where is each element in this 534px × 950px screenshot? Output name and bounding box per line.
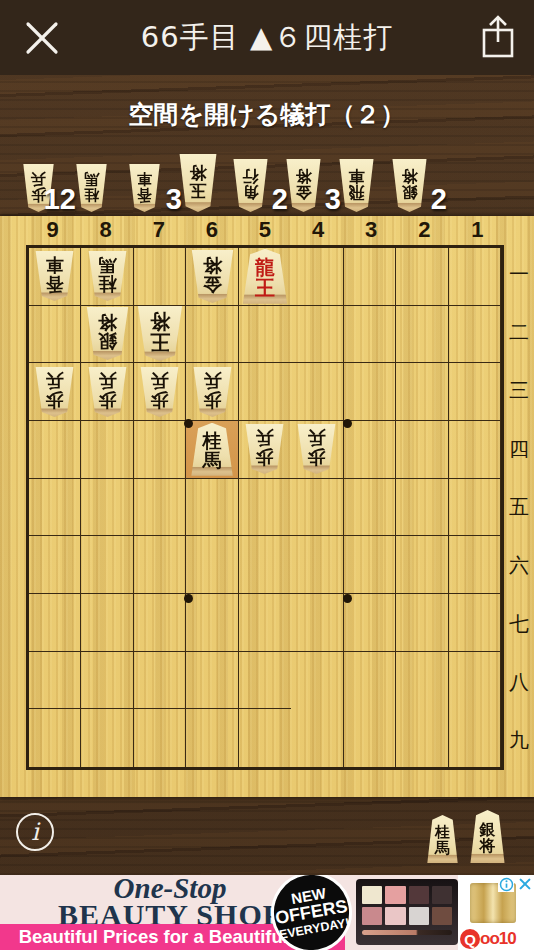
shogi-piece-龍王-sente: 龍王	[241, 249, 289, 304]
board-square-7-8[interactable]	[134, 652, 186, 710]
file-label-9: 9	[26, 217, 79, 243]
file-labels: 987654321	[26, 217, 504, 243]
close-icon[interactable]	[22, 18, 62, 58]
info-icon[interactable]: i	[16, 813, 54, 851]
title-bar: 66手目 ▲６四桂打	[0, 0, 534, 75]
shogi-piece-桂馬-sente: 桂馬	[190, 423, 235, 476]
board-square-9-4[interactable]	[29, 421, 81, 479]
board-square-6-4[interactable]: 桂馬	[186, 421, 238, 479]
board-square-8-9[interactable]	[81, 709, 133, 767]
qoo10-logo-rest: oo10	[480, 929, 516, 949]
qoo10-logo: Q oo10	[460, 929, 516, 949]
shogi-piece-歩兵-gote: 歩兵	[34, 367, 75, 417]
ad-makeup-palette-image	[356, 879, 458, 945]
piece-kanji: 歩兵	[46, 372, 64, 409]
piece-kanji: 玉将	[189, 164, 206, 199]
gote-hand-slot-玉将[interactable]: 玉将	[171, 146, 224, 212]
piece-kanji: 歩兵	[98, 372, 116, 409]
board-square-1-7[interactable]	[449, 594, 501, 652]
board-square-2-8[interactable]	[396, 652, 448, 710]
eyeshadow-swatch-4	[432, 886, 452, 904]
board-square-3-4[interactable]	[344, 421, 396, 479]
board-square-7-7[interactable]	[134, 594, 186, 652]
board-square-1-6[interactable]	[449, 536, 501, 594]
board-square-2-4[interactable]	[396, 421, 448, 479]
board-square-8-8[interactable]	[81, 652, 133, 710]
board-square-9-6[interactable]	[29, 536, 81, 594]
board-square-6-2[interactable]	[186, 306, 238, 364]
shogi-piece-玉将-gote: 玉将	[178, 154, 218, 212]
board-square-3-2[interactable]	[344, 306, 396, 364]
board-square-6-8[interactable]	[186, 652, 238, 710]
file-label-5: 5	[238, 217, 291, 243]
board-square-2-5[interactable]	[396, 479, 448, 537]
board-square-6-1[interactable]: 金将	[186, 248, 238, 306]
piece-kanji: 飛車	[349, 168, 365, 201]
rank-label-6: 六	[504, 537, 534, 595]
board-square-8-6[interactable]	[81, 536, 133, 594]
board-square-2-1[interactable]	[396, 248, 448, 306]
board-square-9-1[interactable]: 香車	[29, 248, 81, 306]
board-square-8-2[interactable]: 銀将	[81, 306, 133, 364]
piece-kanji: 歩兵	[203, 372, 221, 409]
board-grid: 香車桂馬金将龍王銀将王将歩兵歩兵歩兵歩兵桂馬歩兵歩兵	[26, 245, 504, 770]
star-point	[184, 419, 193, 428]
shogi-piece-歩兵-gote: 歩兵	[192, 367, 233, 417]
eyeshadow-swatches	[362, 886, 452, 925]
shogi-piece-桂馬-gote: 桂馬	[87, 251, 128, 301]
board-square-1-2[interactable]	[449, 306, 501, 364]
board-square-5-8[interactable]	[239, 652, 291, 710]
gote-hand-slot-角行[interactable]: 角行2	[224, 146, 277, 212]
piece-kanji: 銀将	[402, 168, 418, 201]
qoo10-logo-q: Q	[460, 929, 480, 949]
gote-hand-slot-飛車[interactable]: 飛車	[330, 146, 383, 212]
shogi-piece-桂馬-gote: 桂馬	[75, 164, 108, 212]
rank-label-7: 七	[504, 595, 534, 653]
piece-kanji: 香車	[137, 171, 152, 202]
file-label-4: 4	[292, 217, 345, 243]
board-square-4-2[interactable]	[291, 306, 343, 364]
board-square-8-3[interactable]: 歩兵	[81, 363, 133, 421]
board-square-3-8[interactable]	[344, 652, 396, 710]
board-square-1-4[interactable]	[449, 421, 501, 479]
rank-label-3: 三	[504, 362, 534, 420]
sente-hand-tray: 桂馬銀将	[426, 810, 506, 863]
piece-kanji: 龍王	[255, 257, 275, 298]
piece-kanji: 歩兵	[256, 429, 274, 466]
shogi-piece-金将-gote: 金将	[285, 159, 322, 212]
board-square-4-6[interactable]	[291, 536, 343, 594]
board-square-1-9[interactable]	[449, 709, 501, 767]
rank-label-2: 二	[504, 303, 534, 361]
rank-label-9: 九	[504, 712, 534, 770]
board-square-3-1[interactable]	[344, 248, 396, 306]
board-square-5-6[interactable]	[239, 536, 291, 594]
piece-kanji: 歩兵	[151, 372, 169, 409]
piece-kanji: 銀将	[480, 822, 496, 855]
board-square-9-9[interactable]	[29, 709, 81, 767]
board-square-1-1[interactable]	[449, 248, 501, 306]
gote-hand-slot-香車[interactable]: 香車3	[118, 146, 171, 212]
app-screen: 66手目 ▲６四桂打 空間を開ける犠打（２） 歩兵12桂馬香車3玉将角行2金将3…	[0, 0, 534, 950]
piece-kanji: 桂馬	[203, 431, 222, 470]
rank-label-1: 一	[504, 245, 534, 303]
file-label-1: 1	[451, 217, 504, 243]
board-square-6-9[interactable]	[186, 709, 238, 767]
shogi-board: 987654321 香車桂馬金将龍王銀将王将歩兵歩兵歩兵歩兵桂馬歩兵歩兵 一二三…	[0, 216, 534, 797]
shogi-piece-銀将-sente: 銀将	[469, 810, 506, 863]
board-square-7-1[interactable]	[134, 248, 186, 306]
board-square-9-2[interactable]	[29, 306, 81, 364]
eyeshadow-swatch-7	[409, 907, 429, 925]
gote-hand-count-銀将: 2	[431, 183, 447, 216]
shogi-piece-歩兵-gote: 歩兵	[22, 164, 55, 212]
board-square-8-4[interactable]	[81, 421, 133, 479]
board-square-9-5[interactable]	[29, 479, 81, 537]
board-square-4-3[interactable]	[291, 363, 343, 421]
board-square-5-7[interactable]	[239, 594, 291, 652]
board-square-2-6[interactable]	[396, 536, 448, 594]
board-square-6-7[interactable]	[186, 594, 238, 652]
shogi-piece-歩兵-gote: 歩兵	[87, 367, 128, 417]
board-square-9-3[interactable]: 歩兵	[29, 363, 81, 421]
board-square-4-7[interactable]	[291, 594, 343, 652]
board-square-4-8[interactable]	[291, 652, 343, 710]
eyeshadow-swatch-8	[432, 907, 452, 925]
board-square-9-7[interactable]	[29, 594, 81, 652]
board-square-1-8[interactable]	[449, 652, 501, 710]
board-square-2-2[interactable]	[396, 306, 448, 364]
piece-kanji: 銀将	[98, 313, 117, 352]
file-label-8: 8	[79, 217, 132, 243]
gote-hand-slot-銀将[interactable]: 銀将2	[383, 146, 436, 212]
rank-labels: 一二三四五六七八九	[504, 245, 534, 770]
gote-hand-slot-桂馬[interactable]: 桂馬	[65, 146, 118, 212]
board-square-1-3[interactable]	[449, 363, 501, 421]
board-square-1-5[interactable]	[449, 479, 501, 537]
shogi-piece-歩兵-gote: 歩兵	[296, 424, 337, 474]
rank-label-8: 八	[504, 653, 534, 711]
board-square-4-9[interactable]	[291, 709, 343, 767]
file-label-6: 6	[185, 217, 238, 243]
board-square-2-7[interactable]	[396, 594, 448, 652]
piece-kanji: 桂馬	[84, 171, 99, 202]
eyeshadow-swatch-5	[362, 907, 382, 925]
board-square-2-3[interactable]	[396, 363, 448, 421]
share-icon[interactable]	[476, 14, 520, 62]
board-square-4-4[interactable]: 歩兵	[291, 421, 343, 479]
board-square-6-5[interactable]	[186, 479, 238, 537]
shogi-piece-銀将-gote: 銀将	[391, 159, 428, 212]
ad-banner[interactable]: One-Stop BEAUTY SHOP Beautiful Prices fo…	[0, 875, 534, 950]
board-square-3-7[interactable]	[344, 594, 396, 652]
board-square-7-6[interactable]	[134, 536, 186, 594]
file-label-3: 3	[345, 217, 398, 243]
board-square-8-1[interactable]: 桂馬	[81, 248, 133, 306]
makeup-brush-image	[362, 930, 452, 935]
board-square-5-1[interactable]: 龍王	[239, 248, 291, 306]
board-square-2-9[interactable]	[396, 709, 448, 767]
board-square-5-3[interactable]	[239, 363, 291, 421]
gote-hand-slot-金将[interactable]: 金将3	[277, 146, 330, 212]
shogi-piece-金将-gote: 金将	[190, 250, 235, 303]
shogi-piece-香車-gote: 香車	[34, 251, 75, 301]
shogi-piece-王将-gote: 王将	[136, 306, 184, 361]
file-label-2: 2	[398, 217, 451, 243]
piece-kanji: 金将	[203, 255, 222, 294]
shogi-piece-桂馬-sente: 桂馬	[426, 815, 459, 863]
board-square-5-5[interactable]	[239, 479, 291, 537]
shogi-piece-角行-gote: 角行	[232, 159, 269, 212]
board-square-5-4[interactable]: 歩兵	[239, 421, 291, 479]
board-square-7-3[interactable]: 歩兵	[134, 363, 186, 421]
piece-kanji: 香車	[46, 256, 64, 293]
board-square-4-5[interactable]	[291, 479, 343, 537]
star-point	[343, 419, 352, 428]
ad-info-icon[interactable]	[498, 876, 514, 892]
sente-hand-slot-桂馬[interactable]: 桂馬	[426, 815, 459, 863]
board-square-3-9[interactable]	[344, 709, 396, 767]
piece-kanji: 金将	[296, 168, 312, 201]
puzzle-title: 空間を開ける犠打（２）	[0, 98, 534, 131]
board-square-6-6[interactable]	[186, 536, 238, 594]
shogi-piece-飛車-gote: 飛車	[338, 159, 375, 212]
board-square-8-5[interactable]	[81, 479, 133, 537]
board-square-7-4[interactable]	[134, 421, 186, 479]
shogi-piece-香車-gote: 香車	[128, 164, 161, 212]
gote-hand-tray: 歩兵12桂馬香車3玉将角行2金将3飛車銀将2	[12, 146, 522, 212]
piece-kanji: 歩兵	[31, 171, 46, 202]
piece-kanji: 桂馬	[435, 825, 450, 856]
rank-label-5: 五	[504, 478, 534, 536]
ad-close-icon[interactable]	[517, 876, 533, 892]
board-square-4-1[interactable]	[291, 248, 343, 306]
board-square-6-3[interactable]: 歩兵	[186, 363, 238, 421]
board-square-7-2[interactable]: 王将	[134, 306, 186, 364]
piece-kanji: 歩兵	[308, 429, 326, 466]
eyeshadow-swatch-6	[385, 907, 405, 925]
shogi-piece-歩兵-gote: 歩兵	[139, 367, 180, 417]
eyeshadow-swatch-3	[409, 886, 429, 904]
eyeshadow-swatch-2	[385, 886, 405, 904]
star-point	[343, 594, 352, 603]
star-point	[184, 594, 193, 603]
board-square-7-9[interactable]	[134, 709, 186, 767]
board-square-3-6[interactable]	[344, 536, 396, 594]
sente-hand-slot-銀将[interactable]: 銀将	[469, 810, 506, 863]
board-square-5-9[interactable]	[239, 709, 291, 767]
piece-kanji: 王将	[150, 312, 170, 353]
board-square-5-2[interactable]	[239, 306, 291, 364]
move-title: 66手目 ▲６四桂打	[0, 18, 534, 58]
gote-hand-slot-歩兵[interactable]: 歩兵12	[12, 146, 65, 212]
shogi-piece-銀将-gote: 銀将	[85, 307, 130, 360]
board-square-8-7[interactable]	[81, 594, 133, 652]
board-square-7-5[interactable]	[134, 479, 186, 537]
rank-label-4: 四	[504, 420, 534, 478]
shogi-piece-歩兵-gote: 歩兵	[244, 424, 285, 474]
eyeshadow-swatch-1	[362, 886, 382, 904]
board-square-3-3[interactable]	[344, 363, 396, 421]
file-label-7: 7	[132, 217, 185, 243]
piece-kanji: 桂馬	[98, 256, 116, 293]
board-square-9-8[interactable]	[29, 652, 81, 710]
board-square-3-5[interactable]	[344, 479, 396, 537]
piece-kanji: 角行	[243, 168, 259, 201]
